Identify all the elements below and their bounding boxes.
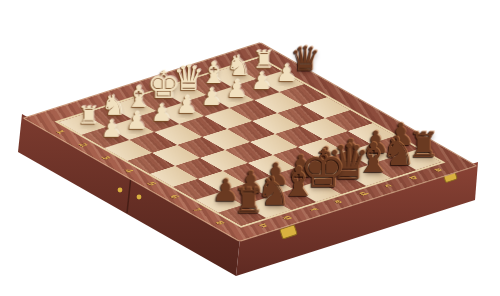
piece-white-pawn[interactable]: ♟	[151, 101, 173, 125]
file-label-g: g	[278, 213, 298, 222]
board-grid: ♜♞♝♚♛♝♞♜♟♟♟♟♟♟♟♟♟♟♟♟♟♟♟♟♜♞♝♚♛♝♞♜	[59, 58, 442, 226]
inlay-border: ♜♞♝♚♛♝♞♜♟♟♟♟♟♟♟♟♟♟♟♟♟♟♟♟♜♞♝♚♛♝♞♜	[55, 56, 446, 227]
product-photo: ♜♞♝♚♛♝♞♜♟♟♟♟♟♟♟♟♟♟♟♟♟♟♟♟♜♞♝♚♛♝♞♜ 1234567…	[0, 0, 500, 296]
piece-black-rook[interactable]: ♜	[233, 184, 264, 219]
piece-white-rook[interactable]: ♜	[77, 103, 99, 128]
piece-white-pawn[interactable]: ♟	[251, 69, 273, 93]
chess-board: ♜♞♝♚♛♝♞♜♟♟♟♟♟♟♟♟♟♟♟♟♟♟♟♟♜♞♝♚♛♝♞♜ 1234567…	[22, 42, 478, 242]
piece-white-pawn[interactable]: ♟	[276, 61, 298, 85]
square-d4[interactable]	[227, 121, 275, 142]
piece-white-pawn[interactable]: ♟	[126, 109, 148, 133]
piece-white-pawn[interactable]: ♟	[201, 85, 223, 109]
piece-white-pawn[interactable]: ♟	[226, 77, 248, 101]
file-label-a: a	[429, 165, 449, 174]
piece-white-pawn[interactable]: ♟	[101, 117, 123, 141]
file-label-d: d	[354, 189, 374, 198]
file-label-e: e	[329, 197, 349, 206]
rank-label-4: 4	[118, 166, 138, 175]
board-wrap: ♜♞♝♚♛♝♞♜♟♟♟♟♟♟♟♟♟♟♟♟♟♟♟♟♜♞♝♚♛♝♞♜ 1234567…	[0, 0, 500, 296]
piece-white-pawn[interactable]: ♟	[176, 93, 198, 117]
rank-label-2: 2	[73, 140, 93, 149]
square-h1[interactable]: ♜	[59, 114, 107, 135]
file-label-f: f	[303, 205, 323, 214]
